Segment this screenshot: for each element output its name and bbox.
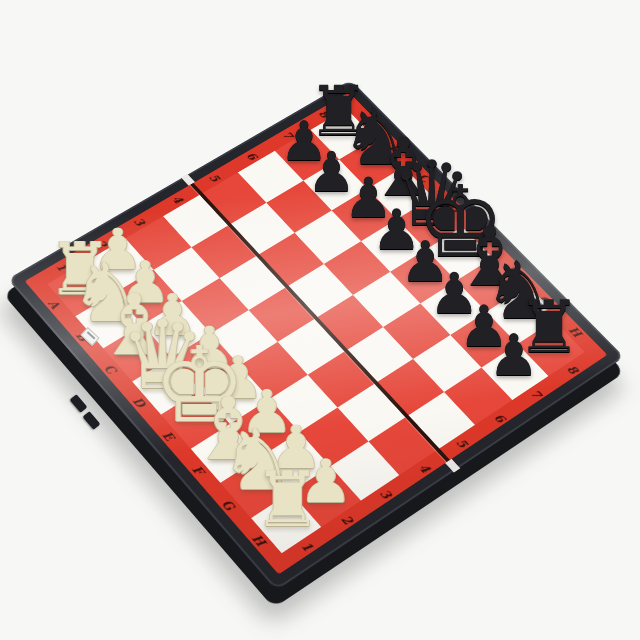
product-photo: ABCDEFGH ABCDEFGH 87654321 87654321 ♜♞♝♛… bbox=[0, 0, 640, 640]
black-pawn-h7[interactable]: ♟ bbox=[488, 326, 540, 384]
white-rook-h1[interactable]: ♜ bbox=[253, 461, 322, 537]
